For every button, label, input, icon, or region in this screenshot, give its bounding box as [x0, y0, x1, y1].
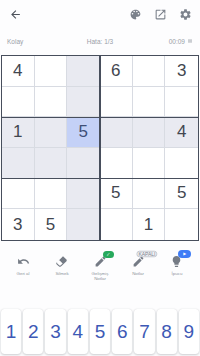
back-arrow-icon[interactable] [8, 7, 22, 21]
toolbar-notes-button[interactable]: KAPALINotlar [119, 255, 157, 290]
cell-r3c6[interactable]: 4 [165, 117, 198, 148]
cell-r6c4[interactable] [100, 209, 133, 240]
toolbar-advanced-notes-button[interactable]: ✓Gelişmiş Notlar [81, 255, 119, 290]
pencil-icon: ✓ [94, 255, 107, 268]
action-toolbar: Geri alSilmek✓Gelişmiş NotlarKAPALINotla… [0, 255, 200, 290]
cell-r3c1[interactable]: 1 [2, 117, 35, 148]
cell-r5c2[interactable] [35, 179, 68, 210]
cell-r1c2[interactable] [35, 56, 68, 87]
cell-r5c4[interactable]: 5 [100, 179, 133, 210]
cell-r3c4[interactable] [100, 117, 133, 148]
eraser-icon [55, 255, 68, 268]
toolbar-hint-button[interactable]: ▶İpucu [158, 255, 196, 290]
cell-r6c5[interactable]: 1 [133, 209, 166, 240]
timer-value: 00:09 [169, 38, 185, 45]
cell-r4c2[interactable] [35, 148, 68, 179]
cell-r3c3[interactable]: 5 [67, 117, 100, 148]
pencil-icon: KAPALI [132, 255, 145, 268]
cell-r2c2[interactable] [35, 87, 68, 118]
notes-badge: KAPALI [136, 251, 157, 257]
cell-r1c4[interactable]: 6 [100, 56, 133, 87]
cell-r4c6[interactable] [165, 148, 198, 179]
cell-r3c5[interactable] [133, 117, 166, 148]
cell-r2c3[interactable] [67, 87, 100, 118]
cell-r2c1[interactable] [2, 87, 35, 118]
pause-icon[interactable] [187, 38, 193, 44]
cell-r5c6[interactable]: 5 [165, 179, 198, 210]
status-bar: Kolay Hata: 1/3 00:09 [0, 34, 200, 48]
cell-r2c5[interactable] [133, 87, 166, 118]
cell-r1c1[interactable]: 4 [2, 56, 35, 87]
toolbar-undo-button[interactable]: Geri al [4, 255, 42, 290]
thick-gridline-horizontal-2 [2, 178, 198, 180]
undo-arrow-icon [17, 255, 30, 268]
numpad-key-5[interactable]: 5 [90, 309, 110, 354]
top-bar [0, 0, 200, 28]
cell-r2c6[interactable] [165, 87, 198, 118]
cell-r5c5[interactable] [133, 179, 166, 210]
number-pad: 123456789 [0, 309, 200, 354]
lightbulb-icon: ▶ [170, 255, 183, 268]
numpad-key-7[interactable]: 7 [134, 309, 154, 354]
numpad-key-9[interactable]: 9 [179, 309, 199, 354]
advanced-notes-label: Gelişmiş Notlar [82, 271, 117, 282]
cell-r6c1[interactable]: 3 [2, 209, 35, 240]
mistakes-counter: Hata: 1/3 [87, 38, 113, 45]
numpad-key-8[interactable]: 8 [157, 309, 177, 354]
cell-r6c6[interactable] [165, 209, 198, 240]
cell-r4c4[interactable] [100, 148, 133, 179]
difficulty-label: Kolay [7, 38, 23, 45]
cell-r5c1[interactable] [2, 179, 35, 210]
settings-gear-icon[interactable] [178, 7, 192, 21]
cell-r6c2[interactable]: 5 [35, 209, 68, 240]
numpad-key-4[interactable]: 4 [68, 309, 88, 354]
cell-r2c4[interactable] [100, 87, 133, 118]
cell-r1c6[interactable]: 3 [165, 56, 198, 87]
sudoku-board: 46315455351 [1, 55, 199, 241]
erase-label: Silmek [44, 271, 79, 276]
cell-r3c2[interactable] [35, 117, 68, 148]
toolbar-erase-button[interactable]: Silmek [42, 255, 80, 290]
numpad-key-3[interactable]: 3 [45, 309, 65, 354]
cell-r4c5[interactable] [133, 148, 166, 179]
palette-icon[interactable] [128, 7, 142, 21]
numpad-key-1[interactable]: 1 [1, 309, 21, 354]
numpad-key-2[interactable]: 2 [23, 309, 43, 354]
cell-r5c3[interactable] [67, 179, 100, 210]
cell-r6c3[interactable] [67, 209, 100, 240]
thick-gridline-horizontal-1 [2, 117, 198, 119]
cell-r1c5[interactable] [133, 56, 166, 87]
timer: 00:09 [169, 38, 193, 45]
thick-gridline-vertical [99, 56, 101, 240]
cell-r4c1[interactable] [2, 148, 35, 179]
advanced-notes-badge: ✓ [103, 251, 114, 258]
hint-badge: ▶ [178, 250, 191, 258]
cell-r4c3[interactable] [67, 148, 100, 179]
undo-label: Geri al [6, 271, 41, 276]
open-in-new-icon[interactable] [153, 7, 167, 21]
hint-label: İpucu [159, 271, 194, 276]
numpad-key-6[interactable]: 6 [112, 309, 132, 354]
cell-r1c3[interactable] [67, 56, 100, 87]
notes-label: Notlar [121, 271, 156, 276]
